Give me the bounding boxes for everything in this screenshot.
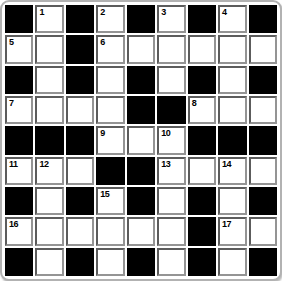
cell-r5c5[interactable] bbox=[127, 126, 155, 154]
clue-number-17: 17 bbox=[222, 219, 231, 229]
clue-number-11: 11 bbox=[9, 159, 18, 169]
cell-r9c5-block bbox=[127, 248, 155, 276]
clue-number-9: 9 bbox=[100, 128, 105, 138]
clue-number-7: 7 bbox=[9, 98, 14, 108]
cell-r4c2[interactable] bbox=[35, 96, 63, 124]
clue-number-6: 6 bbox=[100, 37, 105, 47]
cell-r7c2[interactable] bbox=[35, 187, 63, 215]
cell-r3c6[interactable] bbox=[157, 66, 185, 94]
cell-r6c3[interactable] bbox=[66, 157, 94, 185]
cell-r1c2[interactable]: 1 bbox=[35, 5, 63, 33]
cell-r8c8[interactable]: 17 bbox=[218, 217, 246, 245]
crossword-board-frame: 1234567891011121314151617 bbox=[0, 0, 282, 281]
cell-r8c7-block bbox=[188, 217, 216, 245]
cell-r2c6[interactable] bbox=[157, 35, 185, 63]
cell-r4c4[interactable] bbox=[96, 96, 124, 124]
clue-number-4: 4 bbox=[222, 7, 227, 17]
cell-r4c7[interactable]: 8 bbox=[188, 96, 216, 124]
cell-r1c5-block bbox=[127, 5, 155, 33]
cell-r4c9[interactable] bbox=[249, 96, 277, 124]
cell-r6c2[interactable]: 12 bbox=[35, 157, 63, 185]
clue-number-10: 10 bbox=[161, 128, 170, 138]
cell-r8c2[interactable] bbox=[35, 217, 63, 245]
cell-r7c3-block bbox=[66, 187, 94, 215]
cell-r1c6[interactable]: 3 bbox=[157, 5, 185, 33]
clue-number-13: 13 bbox=[161, 159, 170, 169]
cell-r6c8[interactable]: 14 bbox=[218, 157, 246, 185]
cell-r2c8[interactable] bbox=[218, 35, 246, 63]
cell-r6c7[interactable] bbox=[188, 157, 216, 185]
cell-r5c2-block bbox=[35, 126, 63, 154]
cell-r8c3[interactable] bbox=[66, 217, 94, 245]
cell-r9c1-block bbox=[5, 248, 33, 276]
cell-r7c5-block bbox=[127, 187, 155, 215]
cell-r1c9-block bbox=[249, 5, 277, 33]
cell-r8c1[interactable]: 16 bbox=[5, 217, 33, 245]
cell-r1c1-block bbox=[5, 5, 33, 33]
cell-r8c6[interactable] bbox=[157, 217, 185, 245]
cell-r5c9-block bbox=[249, 126, 277, 154]
cell-r6c6[interactable]: 13 bbox=[157, 157, 185, 185]
cell-r9c4[interactable] bbox=[96, 248, 124, 276]
cell-r9c8[interactable] bbox=[218, 248, 246, 276]
cell-r2c3-block bbox=[66, 35, 94, 63]
cell-r2c2[interactable] bbox=[35, 35, 63, 63]
cell-r6c1[interactable]: 11 bbox=[5, 157, 33, 185]
cell-r4c8[interactable] bbox=[218, 96, 246, 124]
cell-r6c9[interactable] bbox=[249, 157, 277, 185]
cell-r5c7-block bbox=[188, 126, 216, 154]
clue-number-14: 14 bbox=[222, 159, 231, 169]
cell-r2c4[interactable]: 6 bbox=[96, 35, 124, 63]
cell-r7c1-block bbox=[5, 187, 33, 215]
cell-r2c1[interactable]: 5 bbox=[5, 35, 33, 63]
clue-number-2: 2 bbox=[100, 7, 105, 17]
cell-r7c9-block bbox=[249, 187, 277, 215]
cell-r6c5-block bbox=[127, 157, 155, 185]
cell-r5c1-block bbox=[5, 126, 33, 154]
cell-r7c4[interactable]: 15 bbox=[96, 187, 124, 215]
cell-r9c7-block bbox=[188, 248, 216, 276]
cell-r4c6-block bbox=[157, 96, 185, 124]
cell-r5c4[interactable]: 9 bbox=[96, 126, 124, 154]
clue-number-5: 5 bbox=[9, 37, 14, 47]
cell-r5c6[interactable]: 10 bbox=[157, 126, 185, 154]
cell-r8c9[interactable] bbox=[249, 217, 277, 245]
clue-number-15: 15 bbox=[100, 189, 109, 199]
cell-r9c3-block bbox=[66, 248, 94, 276]
cell-r8c4[interactable] bbox=[96, 217, 124, 245]
cell-r3c9-block bbox=[249, 66, 277, 94]
clue-number-3: 3 bbox=[161, 7, 166, 17]
cell-r8c5[interactable] bbox=[127, 217, 155, 245]
cell-r1c4[interactable]: 2 bbox=[96, 5, 124, 33]
cell-r2c5[interactable] bbox=[127, 35, 155, 63]
cell-r3c1-block bbox=[5, 66, 33, 94]
cell-r7c6[interactable] bbox=[157, 187, 185, 215]
cell-r3c3-block bbox=[66, 66, 94, 94]
cell-r7c8[interactable] bbox=[218, 187, 246, 215]
cell-r3c5-block bbox=[127, 66, 155, 94]
cell-r4c3[interactable] bbox=[66, 96, 94, 124]
clue-number-8: 8 bbox=[192, 98, 197, 108]
cell-r4c1[interactable]: 7 bbox=[5, 96, 33, 124]
cell-r9c6[interactable] bbox=[157, 248, 185, 276]
cell-r9c2[interactable] bbox=[35, 248, 63, 276]
cell-r3c4[interactable] bbox=[96, 66, 124, 94]
cell-r1c3-block bbox=[66, 5, 94, 33]
crossword-screenshot: 1234567891011121314151617 bbox=[0, 0, 282, 281]
cell-r2c7[interactable] bbox=[188, 35, 216, 63]
cell-r5c3-block bbox=[66, 126, 94, 154]
cell-r3c2[interactable] bbox=[35, 66, 63, 94]
cell-r6c4-block bbox=[96, 157, 124, 185]
clue-number-1: 1 bbox=[39, 7, 44, 17]
clue-number-12: 12 bbox=[39, 159, 48, 169]
cell-r2c9[interactable] bbox=[249, 35, 277, 63]
cell-r3c7-block bbox=[188, 66, 216, 94]
cell-r1c7-block bbox=[188, 5, 216, 33]
clue-number-16: 16 bbox=[9, 219, 18, 229]
cell-r5c8-block bbox=[218, 126, 246, 154]
cell-r9c9-block bbox=[249, 248, 277, 276]
crossword-grid: 1234567891011121314151617 bbox=[5, 5, 277, 276]
cell-r3c8[interactable] bbox=[218, 66, 246, 94]
cell-r1c8[interactable]: 4 bbox=[218, 5, 246, 33]
cell-r7c7-block bbox=[188, 187, 216, 215]
cell-r4c5-block bbox=[127, 96, 155, 124]
